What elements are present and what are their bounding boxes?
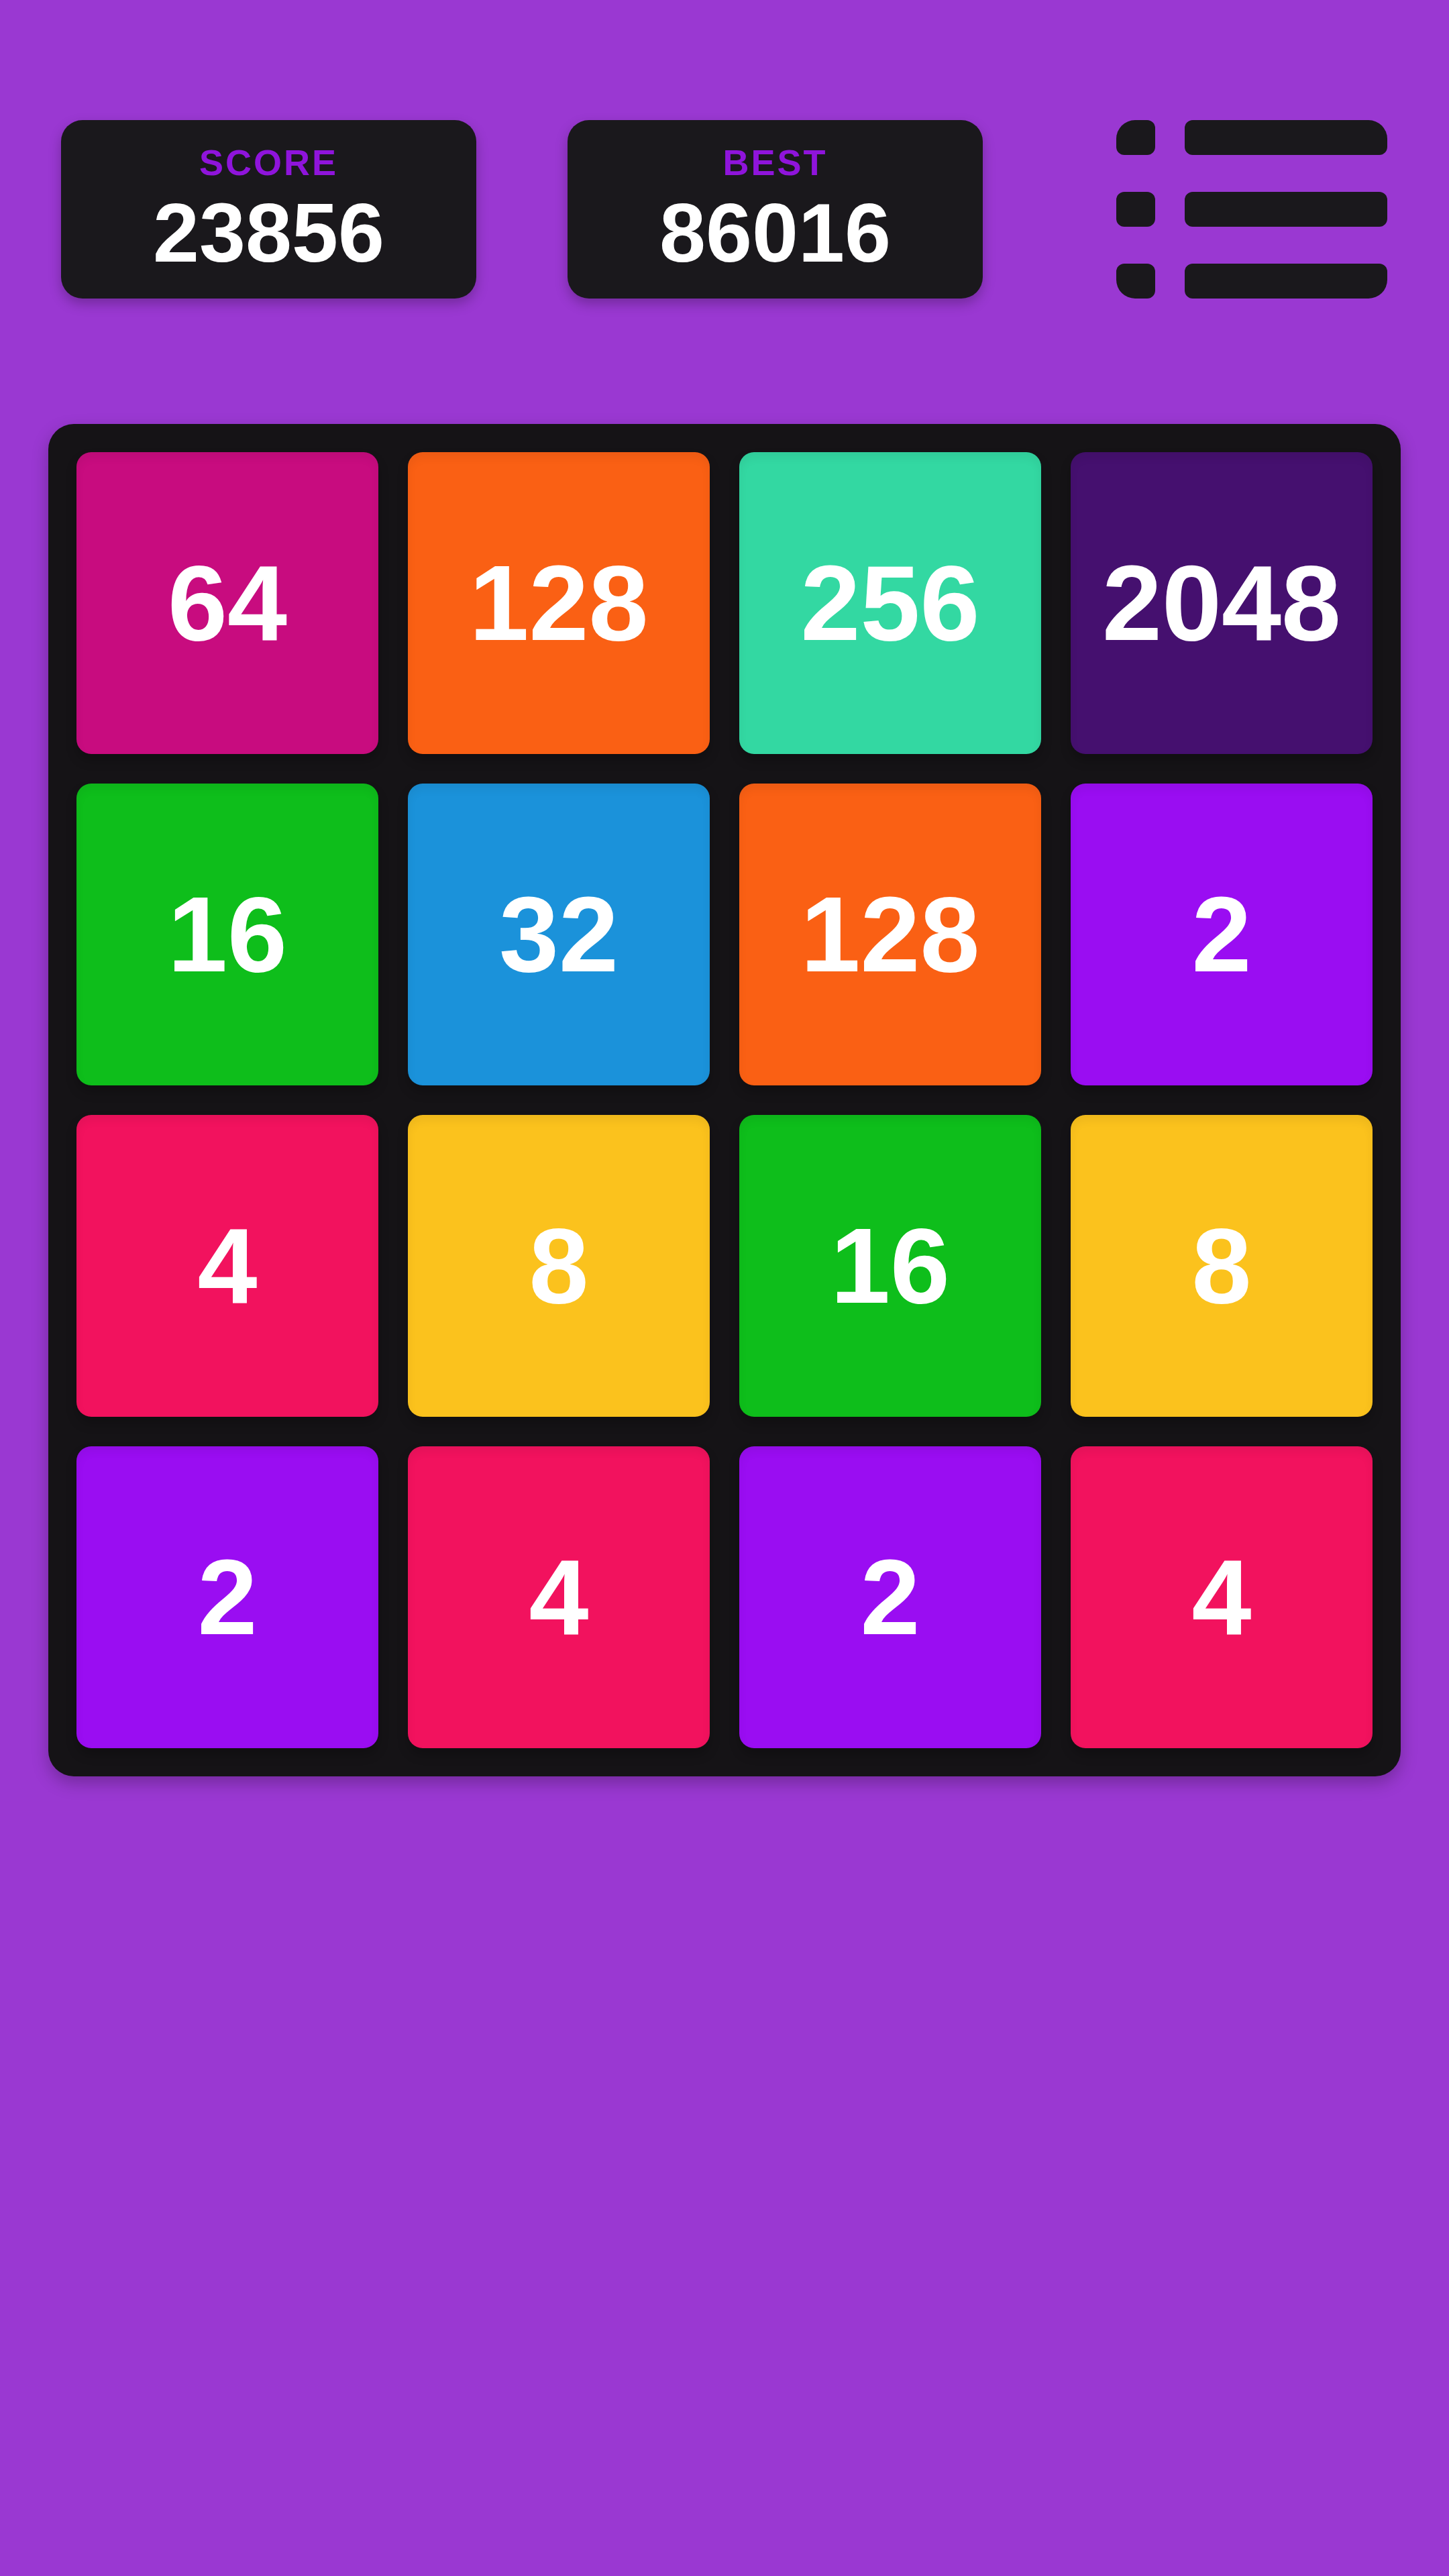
tile-r1c2-128: 128	[408, 452, 710, 754]
menu-bullet-icon	[1116, 192, 1155, 227]
list-menu-icon-row2	[1116, 192, 1387, 227]
tile-r1c3-256: 256	[739, 452, 1041, 754]
tile-r4c3-2: 2	[739, 1446, 1041, 1748]
menu-bullet-icon	[1116, 264, 1155, 299]
tile-r3c3-16: 16	[739, 1115, 1041, 1417]
app-screen: SCORE 23856 BEST 86016 64128256204816321…	[0, 0, 1449, 2576]
tile-r4c2-4: 4	[408, 1446, 710, 1748]
score-box: SCORE 23856	[61, 120, 476, 299]
tile-r2c3-128: 128	[739, 784, 1041, 1085]
best-value: 86016	[659, 191, 891, 274]
tile-r2c4-2: 2	[1071, 784, 1373, 1085]
best-box: BEST 86016	[568, 120, 983, 299]
best-label: BEST	[722, 144, 827, 180]
menu-bar-icon	[1185, 264, 1387, 299]
menu-bullet-icon	[1116, 120, 1155, 155]
list-menu-icon	[1116, 120, 1387, 155]
game-board[interactable]: 64128256204816321282481682424	[48, 424, 1401, 1776]
tile-r3c1-4: 4	[76, 1115, 378, 1417]
tile-r2c1-16: 16	[76, 784, 378, 1085]
menu-button[interactable]	[1116, 120, 1387, 299]
list-menu-icon-row3	[1116, 264, 1387, 299]
score-value: 23856	[153, 191, 384, 274]
menu-bar-icon	[1185, 192, 1387, 227]
tile-r1c4-2048: 2048	[1071, 452, 1373, 754]
tile-r4c1-2: 2	[76, 1446, 378, 1748]
tile-r3c2-8: 8	[408, 1115, 710, 1417]
tile-r1c1-64: 64	[76, 452, 378, 754]
score-label: SCORE	[199, 144, 338, 180]
tile-r3c4-8: 8	[1071, 1115, 1373, 1417]
menu-bar-icon	[1185, 120, 1387, 155]
tile-r4c4-4: 4	[1071, 1446, 1373, 1748]
tile-r2c2-32: 32	[408, 784, 710, 1085]
